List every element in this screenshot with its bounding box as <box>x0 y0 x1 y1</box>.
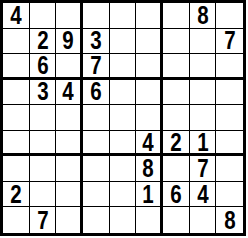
cell-r2c9[interactable]: 7 <box>216 29 243 55</box>
cell-r7c2[interactable] <box>30 156 57 182</box>
cell-r7c1[interactable] <box>3 156 30 182</box>
cell-r8c8[interactable]: 4 <box>190 182 217 208</box>
given-digit: 6 <box>90 80 101 105</box>
cell-r8c2[interactable] <box>30 182 57 208</box>
cell-r4c5[interactable] <box>110 80 137 106</box>
cell-r8c9[interactable] <box>216 182 243 208</box>
cell-r6c2[interactable] <box>30 131 57 157</box>
cell-r2c3[interactable]: 9 <box>56 29 83 55</box>
given-digit: 3 <box>37 80 48 105</box>
cell-r8c7[interactable]: 6 <box>163 182 190 208</box>
cell-r4c6[interactable] <box>136 80 163 106</box>
cell-r5c8[interactable] <box>190 105 217 131</box>
cell-r1c8[interactable]: 8 <box>190 3 217 29</box>
cell-r9c1[interactable] <box>3 207 30 233</box>
given-digit: 8 <box>197 3 208 28</box>
cell-r9c9[interactable]: 8 <box>216 207 243 233</box>
cell-r6c1[interactable] <box>3 131 30 157</box>
cell-r2c2[interactable]: 2 <box>30 29 57 55</box>
given-digit: 7 <box>90 54 101 78</box>
given-digit: 4 <box>142 131 153 155</box>
given-digit: 6 <box>170 182 181 207</box>
cell-r2c7[interactable] <box>163 29 190 55</box>
cell-r5c3[interactable] <box>56 105 83 131</box>
cell-r3c2[interactable]: 6 <box>30 54 57 80</box>
cell-r5c4[interactable] <box>83 105 110 131</box>
cell-r3c9[interactable] <box>216 54 243 80</box>
cell-r5c6[interactable] <box>136 105 163 131</box>
cell-r1c4[interactable] <box>83 3 110 29</box>
cell-r2c6[interactable] <box>136 29 163 55</box>
cell-r3c3[interactable] <box>56 54 83 80</box>
cell-r9c6[interactable] <box>136 207 163 233</box>
given-digit: 2 <box>37 29 48 54</box>
cell-r9c8[interactable] <box>190 207 217 233</box>
cell-r5c5[interactable] <box>110 105 137 131</box>
cell-r8c5[interactable] <box>110 182 137 208</box>
given-digit: 2 <box>10 182 21 207</box>
cell-r5c9[interactable] <box>216 105 243 131</box>
cell-r7c4[interactable] <box>83 156 110 182</box>
cell-r6c7[interactable]: 2 <box>163 131 190 157</box>
cell-r9c3[interactable] <box>56 207 83 233</box>
cell-r3c6[interactable] <box>136 54 163 80</box>
cell-r9c4[interactable] <box>83 207 110 233</box>
cell-r3c1[interactable] <box>3 54 30 80</box>
cell-r3c8[interactable] <box>190 54 217 80</box>
cell-r1c5[interactable] <box>110 3 137 29</box>
given-digit: 6 <box>37 54 48 78</box>
cell-r9c5[interactable] <box>110 207 137 233</box>
cell-r4c8[interactable] <box>190 80 217 106</box>
given-digit: 8 <box>224 208 235 233</box>
cell-r7c5[interactable] <box>110 156 137 182</box>
given-digit: 4 <box>197 182 208 207</box>
cell-r3c4[interactable]: 7 <box>83 54 110 80</box>
sudoku-page: 4829376734642187216478 <box>0 0 248 238</box>
cell-r1c3[interactable] <box>56 3 83 29</box>
given-digit: 4 <box>62 80 73 105</box>
cell-r4c2[interactable]: 3 <box>30 80 57 106</box>
cell-r6c4[interactable] <box>83 131 110 157</box>
cell-r4c1[interactable] <box>3 80 30 106</box>
cell-r9c7[interactable] <box>163 207 190 233</box>
cell-r7c3[interactable] <box>56 156 83 182</box>
cell-r2c1[interactable] <box>3 29 30 55</box>
cell-r1c2[interactable] <box>30 3 57 29</box>
cell-r6c6[interactable]: 4 <box>136 131 163 157</box>
given-digit: 7 <box>37 208 48 233</box>
cell-r4c4[interactable]: 6 <box>83 80 110 106</box>
cell-r7c6[interactable]: 8 <box>136 156 163 182</box>
cell-r7c7[interactable] <box>163 156 190 182</box>
cell-r6c8[interactable]: 1 <box>190 131 217 157</box>
given-digit: 7 <box>197 156 208 181</box>
cell-r2c5[interactable] <box>110 29 137 55</box>
cell-r4c3[interactable]: 4 <box>56 80 83 106</box>
cell-r5c1[interactable] <box>3 105 30 131</box>
given-digit: 4 <box>10 3 21 28</box>
given-digit: 2 <box>170 131 181 155</box>
cell-r6c5[interactable] <box>110 131 137 157</box>
cell-r3c7[interactable] <box>163 54 190 80</box>
sudoku-board: 4829376734642187216478 <box>0 0 246 236</box>
cell-r5c2[interactable] <box>30 105 57 131</box>
cell-r9c2[interactable]: 7 <box>30 207 57 233</box>
cell-r5c7[interactable] <box>163 105 190 131</box>
cell-r6c3[interactable] <box>56 131 83 157</box>
cell-r8c6[interactable]: 1 <box>136 182 163 208</box>
cell-r6c9[interactable] <box>216 131 243 157</box>
cell-r8c1[interactable]: 2 <box>3 182 30 208</box>
cell-r7c8[interactable]: 7 <box>190 156 217 182</box>
cell-r8c3[interactable] <box>56 182 83 208</box>
cell-r4c9[interactable] <box>216 80 243 106</box>
cell-r2c8[interactable] <box>190 29 217 55</box>
cell-r8c4[interactable] <box>83 182 110 208</box>
given-digit: 9 <box>62 29 73 54</box>
cell-r1c1[interactable]: 4 <box>3 3 30 29</box>
given-digit: 1 <box>197 131 208 155</box>
cell-r3c5[interactable] <box>110 54 137 80</box>
cell-r4c7[interactable] <box>163 80 190 106</box>
given-digit: 1 <box>142 182 153 207</box>
cell-r7c9[interactable] <box>216 156 243 182</box>
cell-r1c6[interactable] <box>136 3 163 29</box>
given-digit: 3 <box>90 29 101 54</box>
cell-r1c7[interactable] <box>163 3 190 29</box>
cell-r1c9[interactable] <box>216 3 243 29</box>
given-digit: 8 <box>142 156 153 181</box>
given-digit: 7 <box>224 29 235 54</box>
cell-r2c4[interactable]: 3 <box>83 29 110 55</box>
